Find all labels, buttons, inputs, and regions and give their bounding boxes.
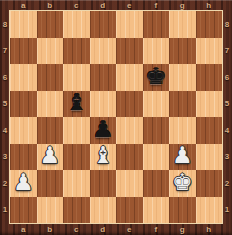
square-d2[interactable] [90,170,117,197]
square-e8[interactable] [116,11,143,38]
square-g6[interactable] [169,64,196,91]
file-labels-top: abcdefgh [10,0,222,11]
square-f2[interactable] [143,170,170,197]
square-a2[interactable]: ♟ [10,170,37,197]
file-label-a-bottom: a [10,223,37,235]
rank-label-2-right: 2 [222,170,232,197]
rank-labels-right: 87654321 [222,11,232,223]
piece-black-pawn[interactable]: ♟ [92,118,113,141]
square-f4[interactable] [143,117,170,144]
square-d5[interactable] [90,91,117,118]
rank-label-1-left: 1 [0,197,10,224]
square-g2[interactable]: ♚ [169,170,196,197]
rank-label-4-right: 4 [222,117,232,144]
rank-label-1-right: 1 [222,197,232,224]
file-label-d-bottom: d [90,223,117,235]
square-g7[interactable] [169,38,196,65]
piece-black-king[interactable]: ♚ [145,65,166,88]
square-f7[interactable] [143,38,170,65]
square-h7[interactable] [196,38,223,65]
piece-white-bishop[interactable]: ♝ [92,144,113,167]
square-f8[interactable] [143,11,170,38]
square-e5[interactable] [116,91,143,118]
square-b4[interactable] [37,117,64,144]
square-b1[interactable] [37,197,64,224]
rank-label-5-right: 5 [222,91,232,118]
chess-board-frame: abcdefgh abcdefgh 87654321 87654321 ♚♝♟♟… [0,0,232,235]
rank-label-2-left: 2 [0,170,10,197]
file-label-e-top: e [116,0,143,11]
square-g4[interactable] [169,117,196,144]
piece-black-bishop[interactable]: ♝ [66,91,87,114]
rank-label-7-right: 7 [222,38,232,65]
file-label-c-bottom: c [63,223,90,235]
file-labels-bottom: abcdefgh [10,223,222,235]
square-a8[interactable] [10,11,37,38]
chess-board: ♚♝♟♟♝♟♟♚ [10,11,222,223]
square-a6[interactable] [10,64,37,91]
square-a7[interactable] [10,38,37,65]
square-e2[interactable] [116,170,143,197]
square-c3[interactable] [63,144,90,171]
square-a3[interactable] [10,144,37,171]
file-label-f-bottom: f [143,223,170,235]
square-d3[interactable]: ♝ [90,144,117,171]
square-f3[interactable] [143,144,170,171]
square-c6[interactable] [63,64,90,91]
square-h3[interactable] [196,144,223,171]
rank-label-6-left: 6 [0,64,10,91]
square-g5[interactable] [169,91,196,118]
square-a1[interactable] [10,197,37,224]
square-h8[interactable] [196,11,223,38]
square-e1[interactable] [116,197,143,224]
square-b8[interactable] [37,11,64,38]
file-label-b-bottom: b [37,223,64,235]
square-h1[interactable] [196,197,223,224]
file-label-e-bottom: e [116,223,143,235]
square-c4[interactable] [63,117,90,144]
square-g8[interactable] [169,11,196,38]
piece-white-king[interactable]: ♚ [172,171,193,194]
rank-label-3-right: 3 [222,144,232,171]
square-a5[interactable] [10,91,37,118]
square-d6[interactable] [90,64,117,91]
square-d4[interactable]: ♟ [90,117,117,144]
rank-label-6-right: 6 [222,64,232,91]
square-c7[interactable] [63,38,90,65]
rank-labels-left: 87654321 [0,11,10,223]
file-label-a-top: a [10,0,37,11]
square-f1[interactable] [143,197,170,224]
square-h6[interactable] [196,64,223,91]
rank-label-5-left: 5 [0,91,10,118]
file-label-b-top: b [37,0,64,11]
square-b5[interactable] [37,91,64,118]
piece-white-pawn[interactable]: ♟ [13,171,34,194]
file-label-c-top: c [63,0,90,11]
rank-label-3-left: 3 [0,144,10,171]
square-f6[interactable]: ♚ [143,64,170,91]
square-e3[interactable] [116,144,143,171]
square-e7[interactable] [116,38,143,65]
file-label-h-bottom: h [196,223,223,235]
square-g1[interactable] [169,197,196,224]
file-label-g-top: g [169,0,196,11]
piece-white-pawn[interactable]: ♟ [172,144,193,167]
square-a4[interactable] [10,117,37,144]
square-b3[interactable]: ♟ [37,144,64,171]
square-g3[interactable]: ♟ [169,144,196,171]
rank-label-8-left: 8 [0,11,10,38]
file-label-g-bottom: g [169,223,196,235]
square-e4[interactable] [116,117,143,144]
square-d1[interactable] [90,197,117,224]
piece-white-pawn[interactable]: ♟ [39,144,60,167]
rank-label-8-right: 8 [222,11,232,38]
square-d7[interactable] [90,38,117,65]
square-b7[interactable] [37,38,64,65]
square-h2[interactable] [196,170,223,197]
rank-label-4-left: 4 [0,117,10,144]
file-label-f-top: f [143,0,170,11]
file-label-d-top: d [90,0,117,11]
square-c8[interactable] [63,11,90,38]
square-h4[interactable] [196,117,223,144]
square-b6[interactable] [37,64,64,91]
square-d8[interactable] [90,11,117,38]
square-c5[interactable]: ♝ [63,91,90,118]
square-e6[interactable] [116,64,143,91]
square-b2[interactable] [37,170,64,197]
square-f5[interactable] [143,91,170,118]
file-label-h-top: h [196,0,223,11]
square-h5[interactable] [196,91,223,118]
rank-label-7-left: 7 [0,38,10,65]
square-c2[interactable] [63,170,90,197]
square-c1[interactable] [63,197,90,224]
